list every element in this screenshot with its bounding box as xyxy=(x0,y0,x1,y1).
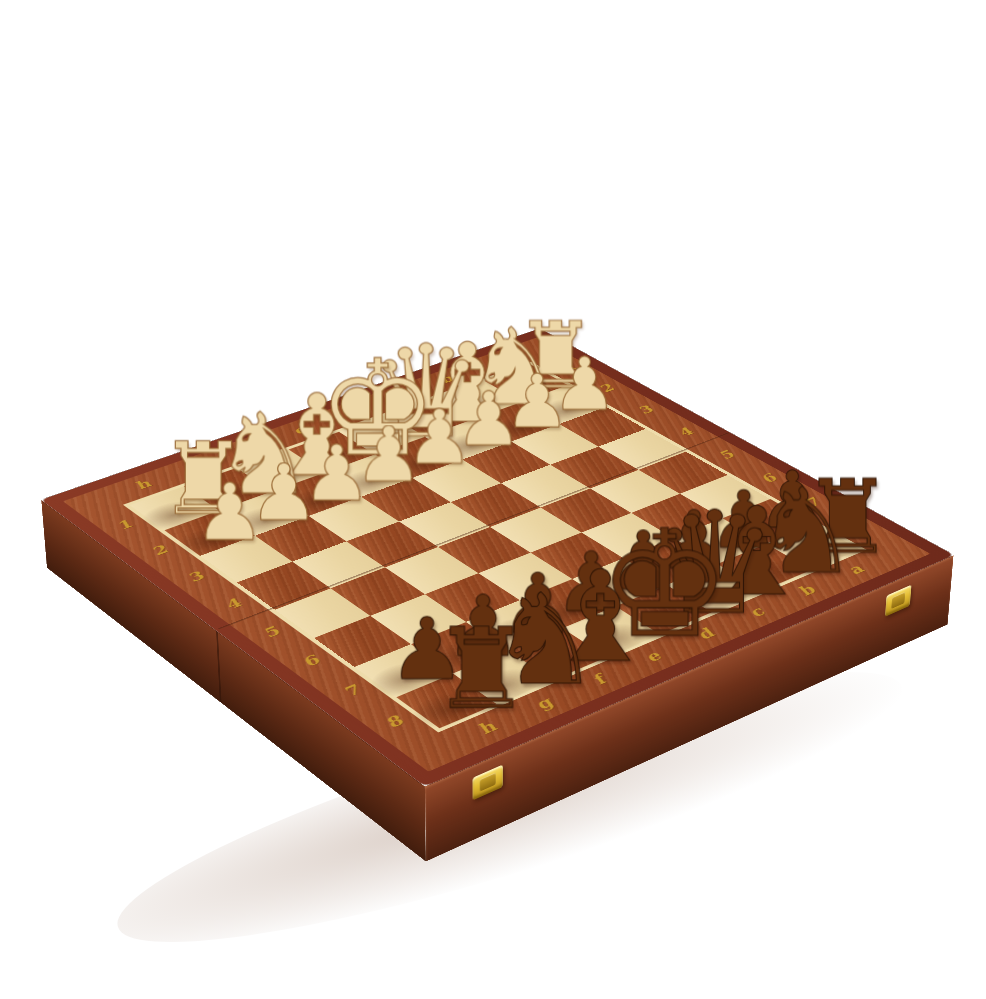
chess-box-top: ♜♞♝♚♛♝♞♜♟♟♟♟♟♟♟♟♟♟♟♟♟♟♟♟♜♞♝♚♛♝♞♜ 11hh22g… xyxy=(41,329,954,787)
piece-black-rook-h8[interactable]: ♜ xyxy=(432,624,504,715)
brass-clasp-near xyxy=(472,764,502,800)
scene: ♜♞♝♚♛♝♞♜♟♟♟♟♟♟♟♟♟♟♟♟♟♟♟♟♜♞♝♚♛♝♞♜ 11hh22g… xyxy=(0,0,986,999)
piece-white-pawn-h2[interactable]: ♟ xyxy=(194,481,260,546)
fold-seam-side xyxy=(216,630,221,703)
brass-clasp-far xyxy=(885,585,912,617)
